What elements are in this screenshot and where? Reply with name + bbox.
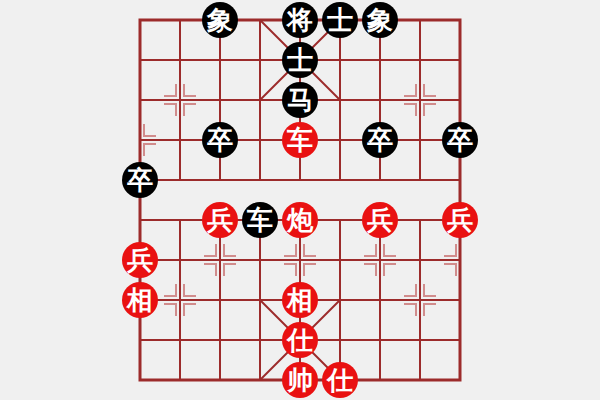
pieces-layer: 象将士象士马卒卒卒卒车车兵炮兵兵兵相相仕帅仕 (120, 0, 480, 400)
red-elephant[interactable]: 相 (282, 282, 318, 318)
red-chariot[interactable]: 车 (282, 122, 318, 158)
red-advisor[interactable]: 仕 (282, 322, 318, 358)
black-advisor[interactable]: 士 (282, 42, 318, 78)
red-elephant[interactable]: 相 (122, 282, 158, 318)
red-general[interactable]: 帅 (282, 362, 318, 398)
red-soldier[interactable]: 兵 (202, 202, 238, 238)
black-soldier[interactable]: 卒 (122, 162, 158, 198)
black-chariot[interactable]: 车 (242, 202, 278, 238)
red-soldier[interactable]: 兵 (442, 202, 478, 238)
black-soldier[interactable]: 卒 (442, 122, 478, 158)
black-horse[interactable]: 马 (282, 82, 318, 118)
red-cannon[interactable]: 炮 (282, 202, 318, 238)
black-advisor[interactable]: 士 (322, 2, 358, 38)
red-soldier[interactable]: 兵 (362, 202, 398, 238)
red-soldier[interactable]: 兵 (122, 242, 158, 278)
black-elephant[interactable]: 象 (202, 2, 238, 38)
black-soldier[interactable]: 卒 (362, 122, 398, 158)
black-general[interactable]: 将 (282, 2, 318, 38)
red-advisor[interactable]: 仕 (322, 362, 358, 398)
black-soldier[interactable]: 卒 (202, 122, 238, 158)
black-elephant[interactable]: 象 (362, 2, 398, 38)
xiangqi-board: 象将士象士马卒卒卒卒车车兵炮兵兵兵相相仕帅仕 (0, 0, 600, 400)
